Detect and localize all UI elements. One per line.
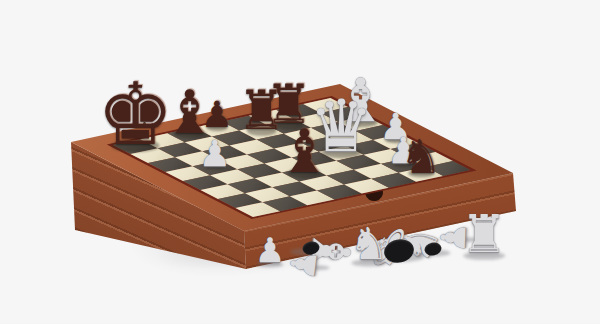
hinge-pin <box>151 123 154 126</box>
felt-base <box>423 241 442 257</box>
hinge-pin <box>143 122 146 125</box>
fallen-piece-shadow <box>463 252 505 260</box>
fallen-piece-shadow <box>374 252 424 262</box>
fallen-piece-shadow <box>415 249 450 256</box>
felt-base <box>382 237 416 266</box>
chess-product-scene: ♚♝♟♜♜♝♞♟♛♝♟♟ ♟♟♝♞♚♞♟♜ <box>0 0 600 324</box>
fallen-piece-shadow <box>351 259 386 266</box>
fallen-piece-shadow <box>302 265 329 270</box>
fallen-piece-shadow <box>452 237 479 242</box>
